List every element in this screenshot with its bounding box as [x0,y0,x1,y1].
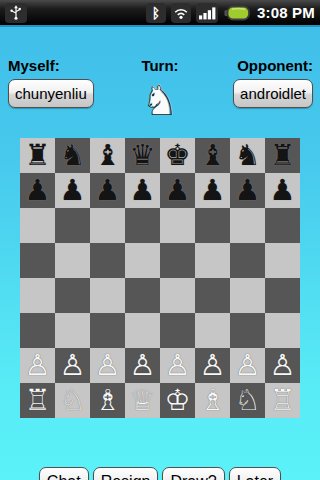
bluetooth-glyph: ᛒ [152,3,160,23]
square-b1[interactable]: ♘ [55,383,90,418]
chess-board: ♜♞♝♛♚♝♞♜♟♟♟♟♟♟♟♟♙♙♙♙♙♙♙♙♖♘♗♕♔♗♘♖ [20,138,300,418]
battery-icon [224,5,250,21]
black-pawn-piece: ♟ [60,173,86,208]
square-c1[interactable]: ♗ [90,383,125,418]
square-h4[interactable] [265,278,300,313]
status-bar: ᛒ 3:08 PM [0,0,320,25]
signal-icon [196,3,218,23]
square-g5[interactable] [230,243,265,278]
knight-outline-glyph: ♘ [141,76,179,125]
white-pawn-piece: ♙ [130,348,156,383]
square-e3[interactable] [160,313,195,348]
square-a1[interactable]: ♖ [20,383,55,418]
bluetooth-icon: ᛒ [146,3,166,23]
square-g3[interactable] [230,313,265,348]
square-a8[interactable]: ♜ [20,138,55,173]
white-pawn-piece: ♙ [60,348,86,383]
square-h2[interactable]: ♙ [265,348,300,383]
usb-icon [5,3,27,23]
square-b5[interactable] [55,243,90,278]
black-pawn-piece: ♟ [25,173,51,208]
phone-screen: ᛒ 3:08 PM My [0,0,320,480]
square-c7[interactable]: ♟ [90,173,125,208]
white-bishop-piece: ♗ [95,383,121,418]
white-knight-piece: ♘ [235,383,261,418]
black-bishop-piece: ♝ [200,138,226,173]
square-f3[interactable] [195,313,230,348]
square-d4[interactable] [125,278,160,313]
usb-icon-glyph [8,5,24,21]
square-b4[interactable] [55,278,90,313]
square-a7[interactable]: ♟ [20,173,55,208]
wifi-icon-glyph [173,5,189,21]
square-h5[interactable] [265,243,300,278]
square-f4[interactable] [195,278,230,313]
white-pawn-piece: ♙ [95,348,121,383]
square-f7[interactable]: ♟ [195,173,230,208]
black-pawn-piece: ♟ [95,173,121,208]
white-bishop-piece: ♗ [200,383,226,418]
action-button-row: Chat Resign Draw? Later [0,467,320,480]
black-king-piece: ♚ [165,138,191,173]
black-pawn-piece: ♟ [200,173,226,208]
square-a4[interactable] [20,278,55,313]
black-pawn-piece: ♟ [165,173,191,208]
square-d1[interactable]: ♕ [125,383,160,418]
white-king-piece: ♔ [165,383,191,418]
square-e4[interactable] [160,278,195,313]
white-rook-piece: ♖ [270,383,296,418]
white-pawn-piece: ♙ [25,348,51,383]
square-a6[interactable] [20,208,55,243]
square-g1[interactable]: ♘ [230,383,265,418]
square-c8[interactable]: ♝ [90,138,125,173]
app-background: Myself: Turn: Opponent: chunyenliu ♞ ♘ a… [0,25,320,480]
square-e5[interactable] [160,243,195,278]
square-c4[interactable] [90,278,125,313]
square-h8[interactable]: ♜ [265,138,300,173]
square-b3[interactable] [55,313,90,348]
black-queen-piece: ♛ [130,138,156,173]
black-bishop-piece: ♝ [95,138,121,173]
black-pawn-piece: ♟ [130,173,156,208]
black-rook-piece: ♜ [25,138,51,173]
square-c5[interactable] [90,243,125,278]
square-d5[interactable] [125,243,160,278]
white-pawn-piece: ♙ [200,348,226,383]
square-f6[interactable] [195,208,230,243]
square-c3[interactable] [90,313,125,348]
square-g4[interactable] [230,278,265,313]
square-g6[interactable] [230,208,265,243]
square-a2[interactable]: ♙ [20,348,55,383]
chat-button[interactable]: Chat [39,467,89,480]
signal-bars-glyph [198,5,216,21]
square-h7[interactable]: ♟ [265,173,300,208]
square-c6[interactable] [90,208,125,243]
square-d8[interactable]: ♛ [125,138,160,173]
square-d7[interactable]: ♟ [125,173,160,208]
later-button[interactable]: Later [229,467,281,480]
square-e1[interactable]: ♔ [160,383,195,418]
square-f2[interactable]: ♙ [195,348,230,383]
square-h1[interactable]: ♖ [265,383,300,418]
square-e7[interactable]: ♟ [160,173,195,208]
black-knight-piece: ♞ [60,138,86,173]
square-e6[interactable] [160,208,195,243]
opponent-player-button[interactable]: androidlet [233,79,313,108]
square-h3[interactable] [265,313,300,348]
square-c2[interactable]: ♙ [90,348,125,383]
square-b2[interactable]: ♙ [55,348,90,383]
status-bar-clock: 3:08 PM [257,4,315,21]
square-a3[interactable] [20,313,55,348]
square-b8[interactable]: ♞ [55,138,90,173]
white-rook-piece: ♖ [25,383,51,418]
resign-button[interactable]: Resign [93,467,159,480]
square-f8[interactable]: ♝ [195,138,230,173]
square-b7[interactable]: ♟ [55,173,90,208]
square-d6[interactable] [125,208,160,243]
square-d2[interactable]: ♙ [125,348,160,383]
square-a5[interactable] [20,243,55,278]
square-g8[interactable]: ♞ [230,138,265,173]
black-knight-piece: ♞ [235,138,261,173]
white-pawn-piece: ♙ [165,348,191,383]
white-knight-piece: ♘ [60,383,86,418]
white-pawn-piece: ♙ [270,348,296,383]
white-pawn-piece: ♙ [235,348,261,383]
square-g7[interactable]: ♟ [230,173,265,208]
square-e8[interactable]: ♚ [160,138,195,173]
wifi-icon [171,3,191,23]
black-rook-piece: ♜ [270,138,296,173]
square-f5[interactable] [195,243,230,278]
black-pawn-piece: ♟ [235,173,261,208]
square-f1[interactable]: ♗ [195,383,230,418]
square-d3[interactable] [125,313,160,348]
white-queen-piece: ♕ [130,383,156,418]
square-g2[interactable]: ♙ [230,348,265,383]
black-pawn-piece: ♟ [270,173,296,208]
square-b6[interactable] [55,208,90,243]
draw-button[interactable]: Draw? [162,467,224,480]
opponent-label: Opponent: [237,57,313,74]
square-h6[interactable] [265,208,300,243]
square-e2[interactable]: ♙ [160,348,195,383]
